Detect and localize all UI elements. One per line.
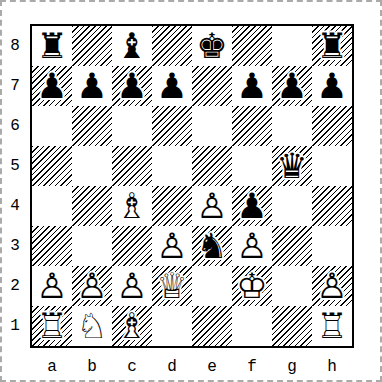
square-c1[interactable]: ♝♗ — [112, 306, 152, 346]
square-g1[interactable] — [272, 306, 312, 346]
piece-black-pawn: ♟ — [72, 66, 112, 106]
piece-white-pawn: ♟♙ — [192, 186, 232, 226]
piece-outline: ♙ — [32, 266, 72, 306]
file-label-b: b — [72, 352, 112, 382]
piece-black-king: ♚ — [192, 26, 232, 66]
piece-glyph: ♟ — [32, 66, 72, 106]
piece-glyph: ♟ — [312, 66, 352, 106]
square-c6[interactable] — [112, 106, 152, 146]
file-label-d: d — [152, 352, 192, 382]
piece-glyph: ♚ — [192, 26, 232, 66]
square-f4[interactable]: ♟ — [232, 186, 272, 226]
square-h7[interactable]: ♟ — [312, 66, 352, 106]
rank-label-5: 5 — [2, 146, 28, 186]
square-b8[interactable] — [72, 26, 112, 66]
piece-outline: ♘ — [72, 306, 112, 346]
square-d5[interactable] — [152, 146, 192, 186]
piece-glyph: ♞ — [192, 226, 232, 266]
piece-white-pawn: ♟♙ — [232, 226, 272, 266]
piece-outline: ♙ — [232, 226, 272, 266]
square-b3[interactable] — [72, 226, 112, 266]
piece-black-pawn: ♟ — [312, 66, 352, 106]
square-f7[interactable]: ♟ — [232, 66, 272, 106]
piece-white-rook: ♜♖ — [32, 306, 72, 346]
square-a6[interactable] — [32, 106, 72, 146]
piece-white-pawn: ♟♙ — [152, 226, 192, 266]
file-label-a: a — [32, 352, 72, 382]
piece-white-bishop: ♝♗ — [112, 306, 152, 346]
rank-label-7: 7 — [2, 66, 28, 106]
square-g7[interactable]: ♟ — [272, 66, 312, 106]
file-label-c: c — [112, 352, 152, 382]
file-labels: abcdefgh — [32, 352, 352, 382]
rank-label-3: 3 — [2, 226, 28, 266]
piece-outline: ♔ — [232, 266, 272, 306]
piece-outline: ♕ — [152, 266, 192, 306]
piece-glyph: ♟ — [112, 66, 152, 106]
piece-black-pawn: ♟ — [232, 66, 272, 106]
piece-white-pawn: ♟♙ — [72, 266, 112, 306]
square-h3[interactable] — [312, 226, 352, 266]
square-e2[interactable] — [192, 266, 232, 306]
square-g3[interactable] — [272, 226, 312, 266]
square-e1[interactable] — [192, 306, 232, 346]
square-d6[interactable] — [152, 106, 192, 146]
square-h8[interactable]: ♜ — [312, 26, 352, 66]
square-h5[interactable] — [312, 146, 352, 186]
square-d8[interactable] — [152, 26, 192, 66]
square-a1[interactable]: ♜♖ — [32, 306, 72, 346]
piece-outline: ♗ — [112, 306, 152, 346]
square-e8[interactable]: ♚ — [192, 26, 232, 66]
square-d7[interactable]: ♟ — [152, 66, 192, 106]
piece-white-pawn: ♟♙ — [112, 266, 152, 306]
square-b4[interactable] — [72, 186, 112, 226]
piece-black-pawn: ♟ — [232, 186, 272, 226]
square-b1[interactable]: ♞♘ — [72, 306, 112, 346]
piece-black-rook: ♜ — [312, 26, 352, 66]
piece-glyph: ♟ — [152, 66, 192, 106]
square-g4[interactable] — [272, 186, 312, 226]
board: ♜♝♚♜♟♟♟♟♟♟♟♛♝♗♟♙♟♟♙♞♟♙♟♙♟♙♟♙♛♕♚♔♟♙♜♖♞♘♝♗… — [30, 24, 354, 348]
square-a5[interactable] — [32, 146, 72, 186]
piece-outline: ♙ — [312, 266, 352, 306]
square-g6[interactable] — [272, 106, 312, 146]
square-c5[interactable] — [112, 146, 152, 186]
piece-black-pawn: ♟ — [152, 66, 192, 106]
piece-glyph: ♜ — [312, 26, 352, 66]
square-f1[interactable] — [232, 306, 272, 346]
piece-outline: ♖ — [312, 306, 352, 346]
square-a2[interactable]: ♟♙ — [32, 266, 72, 306]
piece-outline: ♗ — [112, 186, 152, 226]
square-h6[interactable] — [312, 106, 352, 146]
square-g2[interactable] — [272, 266, 312, 306]
file-label-g: g — [272, 352, 312, 382]
rank-labels: 87654321 — [2, 26, 28, 346]
square-g8[interactable] — [272, 26, 312, 66]
rank-label-8: 8 — [2, 26, 28, 66]
piece-black-knight: ♞ — [192, 226, 232, 266]
rank-label-4: 4 — [2, 186, 28, 226]
square-h4[interactable] — [312, 186, 352, 226]
piece-glyph: ♜ — [32, 26, 72, 66]
piece-glyph: ♟ — [232, 66, 272, 106]
piece-outline: ♙ — [192, 186, 232, 226]
piece-white-rook: ♜♖ — [312, 306, 352, 346]
square-b2[interactable]: ♟♙ — [72, 266, 112, 306]
piece-glyph: ♟ — [232, 186, 272, 226]
piece-glyph: ♝ — [112, 26, 152, 66]
square-e5[interactable] — [192, 146, 232, 186]
piece-glyph: ♛ — [272, 146, 312, 186]
square-a7[interactable]: ♟ — [32, 66, 72, 106]
rank-label-2: 2 — [2, 266, 28, 306]
file-label-f: f — [232, 352, 272, 382]
square-e4[interactable]: ♟♙ — [192, 186, 232, 226]
square-b5[interactable] — [72, 146, 112, 186]
piece-black-pawn: ♟ — [32, 66, 72, 106]
piece-outline: ♙ — [112, 266, 152, 306]
square-f8[interactable] — [232, 26, 272, 66]
square-e7[interactable] — [192, 66, 232, 106]
square-d1[interactable] — [152, 306, 192, 346]
piece-outline: ♙ — [72, 266, 112, 306]
piece-white-knight: ♞♘ — [72, 306, 112, 346]
square-c7[interactable]: ♟ — [112, 66, 152, 106]
square-h2[interactable]: ♟♙ — [312, 266, 352, 306]
file-label-h: h — [312, 352, 352, 382]
square-b6[interactable] — [72, 106, 112, 146]
square-a4[interactable] — [32, 186, 72, 226]
square-d3[interactable]: ♟♙ — [152, 226, 192, 266]
rank-label-6: 6 — [2, 106, 28, 146]
rank-label-1: 1 — [2, 306, 28, 346]
square-c8[interactable]: ♝ — [112, 26, 152, 66]
piece-outline: ♖ — [32, 306, 72, 346]
piece-white-queen: ♛♕ — [152, 266, 192, 306]
piece-glyph: ♟ — [72, 66, 112, 106]
square-f6[interactable] — [232, 106, 272, 146]
square-f3[interactable]: ♟♙ — [232, 226, 272, 266]
piece-outline: ♙ — [152, 226, 192, 266]
square-d2[interactable]: ♛♕ — [152, 266, 192, 306]
square-h1[interactable]: ♜♖ — [312, 306, 352, 346]
square-a8[interactable]: ♜ — [32, 26, 72, 66]
piece-black-pawn: ♟ — [272, 66, 312, 106]
piece-white-pawn: ♟♙ — [312, 266, 352, 306]
square-e6[interactable] — [192, 106, 232, 146]
square-e3[interactable]: ♞ — [192, 226, 232, 266]
square-f2[interactable]: ♚♔ — [232, 266, 272, 306]
square-b7[interactable]: ♟ — [72, 66, 112, 106]
square-g5[interactable]: ♛ — [272, 146, 312, 186]
piece-black-queen: ♛ — [272, 146, 312, 186]
square-c4[interactable]: ♝♗ — [112, 186, 152, 226]
square-c3[interactable] — [112, 226, 152, 266]
piece-black-rook: ♜ — [32, 26, 72, 66]
piece-white-king: ♚♔ — [232, 266, 272, 306]
chess-diagram: 87654321 ♜♝♚♜♟♟♟♟♟♟♟♛♝♗♟♙♟♟♙♞♟♙♟♙♟♙♟♙♛♕♚… — [0, 0, 382, 382]
piece-white-pawn: ♟♙ — [32, 266, 72, 306]
square-d4[interactable] — [152, 186, 192, 226]
square-c2[interactable]: ♟♙ — [112, 266, 152, 306]
piece-glyph: ♟ — [272, 66, 312, 106]
square-a3[interactable] — [32, 226, 72, 266]
piece-white-bishop: ♝♗ — [112, 186, 152, 226]
file-label-e: e — [192, 352, 232, 382]
piece-black-pawn: ♟ — [112, 66, 152, 106]
piece-black-bishop: ♝ — [112, 26, 152, 66]
square-f5[interactable] — [232, 146, 272, 186]
